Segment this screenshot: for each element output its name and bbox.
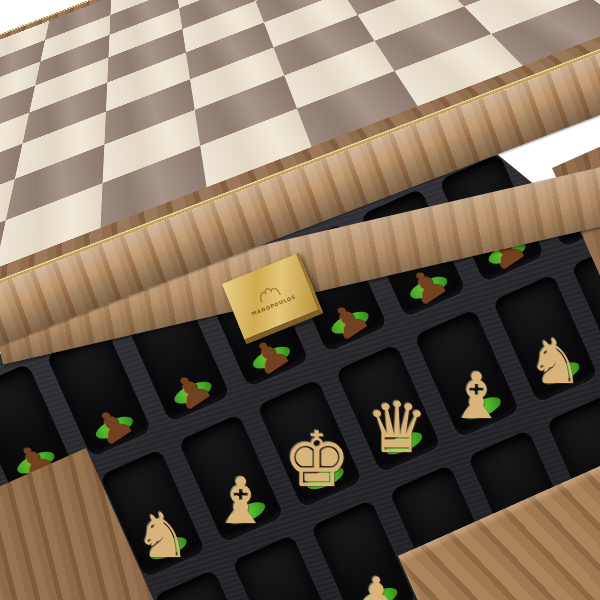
piece-glyph: ♟ <box>87 399 139 452</box>
piece-glyph: ♟ <box>356 571 397 600</box>
piece-glyph: ♛ <box>365 393 428 463</box>
piece-glyph: ♝ <box>448 363 505 427</box>
piece-glyph: ♚ <box>283 422 351 498</box>
piece-glyph: ♟ <box>166 364 218 417</box>
piece-glyph: ♟ <box>323 294 375 347</box>
piece-glyph: ♞ <box>528 330 584 392</box>
product-photo-chess-box: ♟♟♟♟♟♟♟♟♜♞♝♚♛♝♞♜♟♟♟♟♟♟♟♟ MANOPOULOS <box>0 0 600 600</box>
piece-glyph: ♞ <box>135 505 191 567</box>
piece-glyph: ♝ <box>212 468 269 532</box>
